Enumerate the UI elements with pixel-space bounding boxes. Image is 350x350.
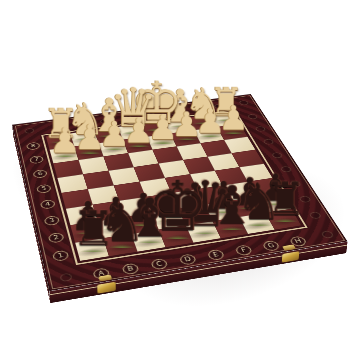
chessboard: 87654321ABCDEFGH ♜♞♝♛♚♝♞♜♟♟♟♟♟♟♟♟♟♟♟♟♟♟♟… bbox=[12, 94, 348, 291]
rank-label-6: 6 bbox=[33, 169, 48, 178]
brass-latch bbox=[97, 282, 116, 294]
scene-perspective: 87654321ABCDEFGH ♜♞♝♛♚♝♞♜♟♟♟♟♟♟♟♟♟♟♟♟♟♟♟… bbox=[0, 0, 350, 350]
file-label-H: H bbox=[289, 236, 308, 247]
black-rook-glyph: ♜ bbox=[71, 206, 114, 252]
corner-ornament bbox=[59, 273, 72, 282]
file-label-D: D bbox=[179, 253, 198, 265]
rank-label-5: 5 bbox=[36, 184, 52, 194]
file-label-F: F bbox=[234, 244, 253, 256]
file-label-G: G bbox=[262, 240, 281, 252]
brass-latch bbox=[282, 251, 300, 262]
file-label-E: E bbox=[207, 249, 226, 261]
file-label-B: B bbox=[121, 263, 139, 275]
corner-ornament bbox=[320, 230, 334, 238]
file-label-C: C bbox=[150, 258, 169, 270]
product-photo-scene: 87654321ABCDEFGH ♜♞♝♛♚♝♞♜♟♟♟♟♟♟♟♟♟♟♟♟♟♟♟… bbox=[0, 0, 350, 350]
rank-label-7: 7 bbox=[29, 155, 44, 164]
